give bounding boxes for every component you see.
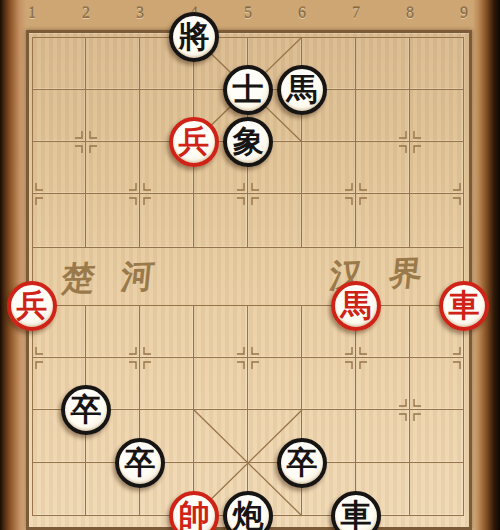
column-label-8: 8: [406, 4, 414, 22]
piece-glyph: 將: [179, 21, 210, 52]
board-cell: [410, 142, 464, 194]
piece-glyph: 炮: [233, 500, 264, 530]
piece-black-soldier[interactable]: 卒: [277, 438, 327, 488]
board-cell: [32, 463, 86, 516]
piece-glyph: 士: [233, 74, 264, 105]
river-label-chu-he: 楚河: [59, 253, 182, 302]
board-cell: [356, 90, 410, 142]
board-cell: [194, 410, 248, 463]
piece-glyph: 卒: [287, 447, 318, 478]
piece-red-chariot[interactable]: 車: [439, 281, 489, 331]
board-cell: [410, 90, 464, 142]
column-label-2: 2: [82, 4, 90, 22]
piece-black-elephant[interactable]: 象: [223, 117, 273, 167]
piece-glyph: 卒: [125, 447, 156, 478]
board-cell: [248, 306, 302, 358]
board-cell: [32, 90, 86, 142]
piece-red-horse[interactable]: 馬: [331, 281, 381, 331]
piece-black-horse[interactable]: 馬: [277, 65, 327, 115]
board-cell: [86, 306, 140, 358]
board-cell: [302, 194, 356, 248]
board-left-bevel: [0, 0, 26, 530]
piece-black-soldier[interactable]: 卒: [61, 385, 111, 435]
board-cell: [194, 306, 248, 358]
column-label-7: 7: [352, 4, 360, 22]
piece-black-general[interactable]: 將: [169, 12, 219, 62]
board-cell: [32, 194, 86, 248]
board-cell: [32, 142, 86, 194]
piece-glyph: 兵: [17, 290, 48, 321]
board-right-bevel: [473, 0, 500, 530]
column-labels: 123456789: [0, 0, 500, 30]
board-cell: [410, 37, 464, 90]
piece-red-soldier[interactable]: 兵: [7, 281, 57, 331]
piece-red-soldier[interactable]: 兵: [169, 117, 219, 167]
piece-glyph: 馬: [287, 74, 318, 105]
piece-glyph: 卒: [71, 394, 102, 425]
column-label-1: 1: [28, 4, 36, 22]
board-cell: [410, 194, 464, 248]
piece-glyph: 象: [233, 126, 264, 157]
board-cell: [86, 90, 140, 142]
board-cell: [86, 37, 140, 90]
board-cell: [356, 37, 410, 90]
board-cell: [410, 463, 464, 516]
column-label-9: 9: [460, 4, 468, 22]
piece-glyph: 兵: [179, 126, 210, 157]
board-cell: [32, 37, 86, 90]
board-cell: [410, 358, 464, 410]
piece-glyph: 帥: [179, 500, 210, 530]
board-cell: [248, 248, 302, 306]
board-cell: [140, 306, 194, 358]
board-cell: [248, 194, 302, 248]
piece-glyph: 車: [449, 290, 480, 321]
board-cell: [140, 194, 194, 248]
board-cell: [248, 358, 302, 410]
board-cell: [356, 142, 410, 194]
board-cell: [86, 194, 140, 248]
piece-glyph: 車: [341, 500, 372, 530]
board-cell: [194, 194, 248, 248]
board-cell: [356, 358, 410, 410]
piece-glyph: 馬: [341, 290, 372, 321]
board-cell: [194, 248, 248, 306]
board-cell: [356, 410, 410, 463]
board-cell: [410, 410, 464, 463]
board-cell: [302, 358, 356, 410]
board-cell: [194, 358, 248, 410]
board-cell: [140, 358, 194, 410]
xiangqi-app: 123456789 楚河 汉界 將士馬兵象兵馬車卒卒卒帥炮車: [0, 0, 500, 530]
board-cell: [302, 142, 356, 194]
board-cell: [356, 194, 410, 248]
piece-black-advisor[interactable]: 士: [223, 65, 273, 115]
column-label-6: 6: [298, 4, 306, 22]
column-label-3: 3: [136, 4, 144, 22]
column-label-5: 5: [244, 4, 252, 22]
piece-black-soldier[interactable]: 卒: [115, 438, 165, 488]
board-cell: [86, 142, 140, 194]
